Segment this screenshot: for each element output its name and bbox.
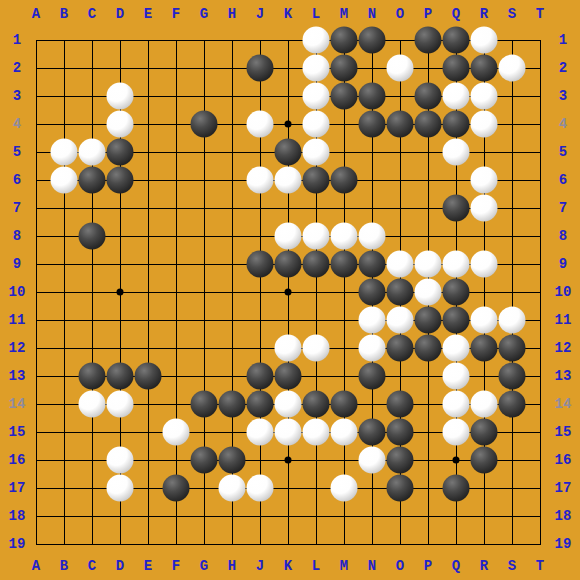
row-label-left-5: 5 <box>13 144 21 160</box>
stone-white-D4[interactable] <box>107 111 134 138</box>
stone-white-Q3[interactable] <box>443 83 470 110</box>
row-label-left-18: 18 <box>9 508 26 524</box>
col-label-top-F: F <box>172 6 180 22</box>
col-label-bottom-H: H <box>228 558 236 574</box>
stone-black-Q2[interactable] <box>443 55 470 82</box>
stone-white-R11[interactable] <box>471 307 498 334</box>
col-label-top-L: L <box>312 6 320 22</box>
col-label-bottom-S: S <box>508 558 516 574</box>
stone-white-N8[interactable] <box>359 223 386 250</box>
stone-black-R16[interactable] <box>471 447 498 474</box>
stone-white-R3[interactable] <box>471 83 498 110</box>
stone-white-H17[interactable] <box>219 475 246 502</box>
stone-white-R9[interactable] <box>471 251 498 278</box>
row-label-right-15: 15 <box>555 424 572 440</box>
stone-white-L8[interactable] <box>303 223 330 250</box>
stone-black-G16[interactable] <box>191 447 218 474</box>
stone-black-Q11[interactable] <box>443 307 470 334</box>
stone-black-J13[interactable] <box>247 363 274 390</box>
stone-black-R12[interactable] <box>471 335 498 362</box>
stone-white-M15[interactable] <box>331 419 358 446</box>
stone-black-N3[interactable] <box>359 83 386 110</box>
star-point-K16 <box>285 457 292 464</box>
stone-black-O17[interactable] <box>387 475 414 502</box>
col-label-top-K: K <box>284 6 292 22</box>
stone-white-K6[interactable] <box>275 167 302 194</box>
col-label-top-J: J <box>256 6 264 22</box>
stone-white-D16[interactable] <box>107 447 134 474</box>
stone-black-O10[interactable] <box>387 279 414 306</box>
col-label-top-E: E <box>144 6 152 22</box>
star-point-Q16 <box>453 457 460 464</box>
row-label-right-13: 13 <box>555 368 572 384</box>
row-label-right-10: 10 <box>555 284 572 300</box>
row-label-right-12: 12 <box>555 340 572 356</box>
stone-black-N10[interactable] <box>359 279 386 306</box>
stone-white-R7[interactable] <box>471 195 498 222</box>
row-label-left-2: 2 <box>13 60 21 76</box>
row-label-right-19: 19 <box>555 536 572 552</box>
stone-black-M14[interactable] <box>331 391 358 418</box>
stone-black-O15[interactable] <box>387 419 414 446</box>
col-label-bottom-D: D <box>116 558 124 574</box>
stone-white-R1[interactable] <box>471 27 498 54</box>
row-label-left-13: 13 <box>9 368 26 384</box>
stone-white-L3[interactable] <box>303 83 330 110</box>
stone-black-N15[interactable] <box>359 419 386 446</box>
row-label-right-11: 11 <box>555 312 572 328</box>
row-label-right-4: 4 <box>559 116 567 132</box>
stone-black-H14[interactable] <box>219 391 246 418</box>
stone-white-K15[interactable] <box>275 419 302 446</box>
stone-white-R6[interactable] <box>471 167 498 194</box>
stone-black-G4[interactable] <box>191 111 218 138</box>
stone-black-M3[interactable] <box>331 83 358 110</box>
stone-white-J17[interactable] <box>247 475 274 502</box>
stone-white-K12[interactable] <box>275 335 302 362</box>
row-label-right-17: 17 <box>555 480 572 496</box>
stone-white-F15[interactable] <box>163 419 190 446</box>
grid-line-vertical <box>512 40 513 545</box>
col-label-top-N: N <box>368 6 376 22</box>
col-label-top-D: D <box>116 6 124 22</box>
row-label-left-17: 17 <box>9 480 26 496</box>
stone-black-D6[interactable] <box>107 167 134 194</box>
stone-black-S14[interactable] <box>499 391 526 418</box>
stone-black-P4[interactable] <box>415 111 442 138</box>
stone-white-L1[interactable] <box>303 27 330 54</box>
stone-black-J2[interactable] <box>247 55 274 82</box>
stone-black-M6[interactable] <box>331 167 358 194</box>
stone-black-O4[interactable] <box>387 111 414 138</box>
col-label-top-T: T <box>536 6 544 22</box>
star-point-D10 <box>117 289 124 296</box>
stone-white-D14[interactable] <box>107 391 134 418</box>
stone-white-L15[interactable] <box>303 419 330 446</box>
stone-black-P11[interactable] <box>415 307 442 334</box>
stone-white-J4[interactable] <box>247 111 274 138</box>
stone-black-L14[interactable] <box>303 391 330 418</box>
col-label-top-M: M <box>340 6 348 22</box>
stone-white-M8[interactable] <box>331 223 358 250</box>
stone-white-R14[interactable] <box>471 391 498 418</box>
stone-white-N11[interactable] <box>359 307 386 334</box>
col-label-top-S: S <box>508 6 516 22</box>
stone-white-D17[interactable] <box>107 475 134 502</box>
row-label-right-5: 5 <box>559 144 567 160</box>
col-label-bottom-L: L <box>312 558 320 574</box>
row-label-left-16: 16 <box>9 452 26 468</box>
stone-black-L6[interactable] <box>303 167 330 194</box>
stone-black-P3[interactable] <box>415 83 442 110</box>
col-label-bottom-Q: Q <box>452 558 460 574</box>
col-label-bottom-T: T <box>536 558 544 574</box>
stone-black-D5[interactable] <box>107 139 134 166</box>
grid-line-horizontal <box>36 544 541 545</box>
row-label-left-9: 9 <box>13 256 21 272</box>
stone-white-R4[interactable] <box>471 111 498 138</box>
stone-white-L2[interactable] <box>303 55 330 82</box>
row-label-right-7: 7 <box>559 200 567 216</box>
col-label-top-B: B <box>60 6 68 22</box>
stone-black-O16[interactable] <box>387 447 414 474</box>
row-label-right-6: 6 <box>559 172 567 188</box>
row-label-left-4: 4 <box>13 116 21 132</box>
row-label-right-3: 3 <box>559 88 567 104</box>
grid-line-vertical <box>344 40 345 545</box>
grid-line-horizontal <box>36 516 541 517</box>
stone-white-Q15[interactable] <box>443 419 470 446</box>
stone-black-H16[interactable] <box>219 447 246 474</box>
grid-line-vertical <box>540 40 541 545</box>
stone-black-S12[interactable] <box>499 335 526 362</box>
stone-black-J9[interactable] <box>247 251 274 278</box>
stone-white-O11[interactable] <box>387 307 414 334</box>
stone-black-Q10[interactable] <box>443 279 470 306</box>
row-label-right-9: 9 <box>559 256 567 272</box>
stone-black-P12[interactable] <box>415 335 442 362</box>
stone-white-L5[interactable] <box>303 139 330 166</box>
row-label-left-11: 11 <box>9 312 26 328</box>
stone-black-C6[interactable] <box>79 167 106 194</box>
stone-white-N16[interactable] <box>359 447 386 474</box>
stone-white-C5[interactable] <box>79 139 106 166</box>
row-label-left-10: 10 <box>9 284 26 300</box>
col-label-top-Q: Q <box>452 6 460 22</box>
stone-black-N4[interactable] <box>359 111 386 138</box>
col-label-top-G: G <box>200 6 208 22</box>
stone-white-S2[interactable] <box>499 55 526 82</box>
stone-black-N9[interactable] <box>359 251 386 278</box>
stone-black-F17[interactable] <box>163 475 190 502</box>
stone-black-R15[interactable] <box>471 419 498 446</box>
col-label-bottom-O: O <box>396 558 404 574</box>
row-label-right-8: 8 <box>559 228 567 244</box>
row-label-left-1: 1 <box>13 32 21 48</box>
stone-black-Q7[interactable] <box>443 195 470 222</box>
stone-black-P1[interactable] <box>415 27 442 54</box>
stone-white-S11[interactable] <box>499 307 526 334</box>
col-label-bottom-P: P <box>424 558 432 574</box>
stone-black-K9[interactable] <box>275 251 302 278</box>
stone-black-S13[interactable] <box>499 363 526 390</box>
row-label-right-2: 2 <box>559 60 567 76</box>
col-label-bottom-J: J <box>256 558 264 574</box>
stone-black-Q17[interactable] <box>443 475 470 502</box>
stone-white-N12[interactable] <box>359 335 386 362</box>
stone-white-M17[interactable] <box>331 475 358 502</box>
stone-black-D13[interactable] <box>107 363 134 390</box>
stone-black-J14[interactable] <box>247 391 274 418</box>
col-label-top-A: A <box>32 6 40 22</box>
stone-white-D3[interactable] <box>107 83 134 110</box>
col-label-bottom-M: M <box>340 558 348 574</box>
stone-black-K5[interactable] <box>275 139 302 166</box>
row-label-right-18: 18 <box>555 508 572 524</box>
stone-white-B5[interactable] <box>51 139 78 166</box>
row-label-left-7: 7 <box>13 200 21 216</box>
stone-black-M2[interactable] <box>331 55 358 82</box>
stone-black-K13[interactable] <box>275 363 302 390</box>
stone-black-G14[interactable] <box>191 391 218 418</box>
stone-white-O2[interactable] <box>387 55 414 82</box>
stone-white-L12[interactable] <box>303 335 330 362</box>
stone-white-B6[interactable] <box>51 167 78 194</box>
stone-black-L9[interactable] <box>303 251 330 278</box>
row-label-right-16: 16 <box>555 452 572 468</box>
stone-black-C13[interactable] <box>79 363 106 390</box>
stone-white-L4[interactable] <box>303 111 330 138</box>
row-label-left-8: 8 <box>13 228 21 244</box>
stone-black-N1[interactable] <box>359 27 386 54</box>
stone-white-Q13[interactable] <box>443 363 470 390</box>
col-label-bottom-R: R <box>480 558 488 574</box>
stone-black-Q1[interactable] <box>443 27 470 54</box>
col-label-bottom-N: N <box>368 558 376 574</box>
col-label-bottom-E: E <box>144 558 152 574</box>
row-label-left-12: 12 <box>9 340 26 356</box>
col-label-top-P: P <box>424 6 432 22</box>
stone-black-N13[interactable] <box>359 363 386 390</box>
col-label-top-R: R <box>480 6 488 22</box>
row-label-left-19: 19 <box>9 536 26 552</box>
row-label-left-15: 15 <box>9 424 26 440</box>
stone-white-K14[interactable] <box>275 391 302 418</box>
row-label-left-3: 3 <box>13 88 21 104</box>
col-label-bottom-G: G <box>200 558 208 574</box>
stone-black-C8[interactable] <box>79 223 106 250</box>
col-label-top-O: O <box>396 6 404 22</box>
stone-black-O14[interactable] <box>387 391 414 418</box>
stone-white-O9[interactable] <box>387 251 414 278</box>
stone-white-Q12[interactable] <box>443 335 470 362</box>
stone-black-O12[interactable] <box>387 335 414 362</box>
stone-white-P10[interactable] <box>415 279 442 306</box>
stone-black-R2[interactable] <box>471 55 498 82</box>
stone-black-Q4[interactable] <box>443 111 470 138</box>
stone-white-J15[interactable] <box>247 419 274 446</box>
row-label-right-14: 14 <box>555 396 572 412</box>
col-label-top-C: C <box>88 6 96 22</box>
col-label-bottom-B: B <box>60 558 68 574</box>
go-board-app: AABBCCDDEEFFGGHHJJKKLLMMNNOOPPQQRRSSTT11… <box>0 0 580 580</box>
stone-black-M1[interactable] <box>331 27 358 54</box>
stone-white-Q9[interactable] <box>443 251 470 278</box>
stone-white-Q14[interactable] <box>443 391 470 418</box>
col-label-bottom-C: C <box>88 558 96 574</box>
stone-white-Q5[interactable] <box>443 139 470 166</box>
row-label-left-6: 6 <box>13 172 21 188</box>
col-label-bottom-F: F <box>172 558 180 574</box>
star-point-K10 <box>285 289 292 296</box>
col-label-top-H: H <box>228 6 236 22</box>
stone-black-E13[interactable] <box>135 363 162 390</box>
row-label-left-14: 14 <box>9 396 26 412</box>
star-point-K4 <box>285 121 292 128</box>
stone-black-M9[interactable] <box>331 251 358 278</box>
stone-white-C14[interactable] <box>79 391 106 418</box>
col-label-bottom-K: K <box>284 558 292 574</box>
stone-white-K8[interactable] <box>275 223 302 250</box>
row-label-right-1: 1 <box>559 32 567 48</box>
stone-white-P9[interactable] <box>415 251 442 278</box>
col-label-bottom-A: A <box>32 558 40 574</box>
stone-white-J6[interactable] <box>247 167 274 194</box>
